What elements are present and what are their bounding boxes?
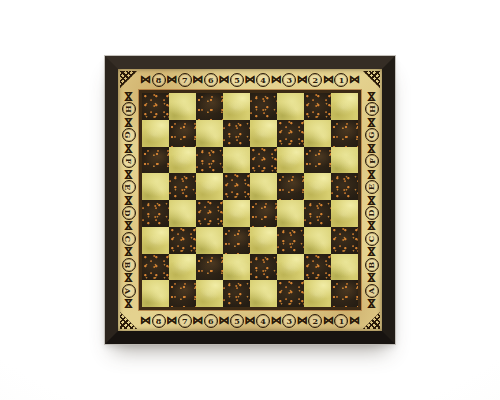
bowtie-knot-icon: ⋈	[123, 117, 134, 128]
square-e4	[250, 173, 277, 200]
bowtie-knot-icon: ⋈	[123, 169, 134, 180]
corner-knot-icon	[118, 69, 139, 90]
coordinate-medallion-2: 2	[308, 73, 322, 87]
square-c1	[331, 227, 358, 254]
left-coordinates: ⋈H⋈G⋈F⋈E⋈D⋈C⋈B⋈A⋈	[118, 90, 139, 310]
square-c3	[277, 227, 304, 254]
square-e3	[277, 173, 304, 200]
square-f7	[169, 147, 196, 174]
coordinate-medallion-f: F	[365, 154, 379, 168]
square-b4	[250, 254, 277, 281]
bowtie-knot-icon: ⋈	[218, 315, 229, 326]
coordinate-medallion-7: 7	[178, 314, 192, 328]
bowtie-knot-icon: ⋈	[366, 91, 377, 102]
square-g8	[142, 120, 169, 147]
bowtie-knot-icon: ⋈	[123, 298, 134, 309]
square-b3	[277, 254, 304, 281]
square-c7	[169, 227, 196, 254]
bowtie-knot-icon: ⋈	[366, 298, 377, 309]
square-g7	[169, 120, 196, 147]
square-h1	[331, 93, 358, 120]
coordinate-medallion-f: F	[122, 154, 136, 168]
coordinate-medallion-2: 2	[308, 314, 322, 328]
square-g6	[196, 120, 223, 147]
bowtie-knot-icon: ⋈	[366, 272, 377, 283]
coordinate-medallion-4: 4	[256, 73, 270, 87]
bowtie-knot-icon: ⋈	[218, 74, 229, 85]
coordinate-medallion-g: G	[122, 128, 136, 142]
bowtie-knot-icon: ⋈	[297, 74, 308, 85]
bowtie-knot-icon: ⋈	[245, 315, 256, 326]
square-b5	[223, 254, 250, 281]
bowtie-knot-icon: ⋈	[192, 74, 203, 85]
square-d2	[304, 200, 331, 227]
square-h4	[250, 93, 277, 120]
bowtie-knot-icon: ⋈	[323, 315, 334, 326]
coordinate-medallion-4: 4	[256, 314, 270, 328]
square-b1	[331, 254, 358, 281]
square-c5	[223, 227, 250, 254]
square-f4	[250, 147, 277, 174]
square-f5	[223, 147, 250, 174]
bottom-coordinates: ⋈8⋈7⋈6⋈5⋈4⋈3⋈2⋈1⋈	[139, 310, 361, 331]
bowtie-knot-icon: ⋈	[271, 74, 282, 85]
coordinate-medallion-e: E	[122, 180, 136, 194]
bowtie-knot-icon: ⋈	[123, 195, 134, 206]
square-e1	[331, 173, 358, 200]
corner-knot-icon	[361, 69, 382, 90]
bowtie-knot-icon: ⋈	[123, 272, 134, 283]
square-d3	[277, 200, 304, 227]
bowtie-knot-icon: ⋈	[271, 315, 282, 326]
square-h3	[277, 93, 304, 120]
square-e7	[169, 173, 196, 200]
square-c4	[250, 227, 277, 254]
square-b8	[142, 254, 169, 281]
bowtie-knot-icon: ⋈	[245, 74, 256, 85]
coordinate-medallion-d: D	[365, 206, 379, 220]
bowtie-knot-icon: ⋈	[123, 220, 134, 231]
bowtie-knot-icon: ⋈	[166, 74, 177, 85]
square-d8	[142, 200, 169, 227]
coordinate-medallion-5: 5	[230, 314, 244, 328]
bowtie-knot-icon: ⋈	[366, 143, 377, 154]
coordinate-medallion-7: 7	[178, 73, 192, 87]
playing-field-border	[139, 90, 361, 310]
square-g2	[304, 120, 331, 147]
bowtie-knot-icon: ⋈	[123, 91, 134, 102]
decorative-border-band: ⋈8⋈7⋈6⋈5⋈4⋈3⋈2⋈1⋈ ⋈8⋈7⋈6⋈5⋈4⋈3⋈2⋈1⋈ ⋈H⋈G…	[118, 69, 382, 331]
square-e8	[142, 173, 169, 200]
square-c8	[142, 227, 169, 254]
coordinate-medallion-b: B	[122, 258, 136, 272]
bowtie-knot-icon: ⋈	[140, 315, 151, 326]
top-coordinates: ⋈8⋈7⋈6⋈5⋈4⋈3⋈2⋈1⋈	[139, 69, 361, 90]
square-h7	[169, 93, 196, 120]
coordinate-medallion-1: 1	[334, 73, 348, 87]
coordinate-medallion-8: 8	[152, 73, 166, 87]
bowtie-knot-icon: ⋈	[123, 246, 134, 257]
bowtie-knot-icon: ⋈	[366, 195, 377, 206]
coordinate-medallion-6: 6	[204, 314, 218, 328]
square-b2	[304, 254, 331, 281]
coordinate-medallion-h: H	[122, 102, 136, 116]
square-e6	[196, 173, 223, 200]
coordinate-medallion-a: A	[122, 284, 136, 298]
right-coordinates: ⋈H⋈G⋈F⋈E⋈D⋈C⋈B⋈A⋈	[361, 90, 382, 310]
bowtie-knot-icon: ⋈	[140, 74, 151, 85]
square-g1	[331, 120, 358, 147]
square-a8	[142, 280, 169, 307]
square-h6	[196, 93, 223, 120]
bowtie-knot-icon: ⋈	[297, 315, 308, 326]
square-e5	[223, 173, 250, 200]
chess-board-frame: ⋈8⋈7⋈6⋈5⋈4⋈3⋈2⋈1⋈ ⋈8⋈7⋈6⋈5⋈4⋈3⋈2⋈1⋈ ⋈H⋈G…	[105, 56, 395, 344]
square-h5	[223, 93, 250, 120]
square-a7	[169, 280, 196, 307]
coordinate-medallion-h: H	[365, 102, 379, 116]
bowtie-knot-icon: ⋈	[366, 246, 377, 257]
square-h2	[304, 93, 331, 120]
coordinate-medallion-5: 5	[230, 73, 244, 87]
coordinate-medallion-g: G	[365, 128, 379, 142]
coordinate-medallion-a: A	[365, 284, 379, 298]
square-c6	[196, 227, 223, 254]
coordinate-medallion-1: 1	[334, 314, 348, 328]
square-e2	[304, 173, 331, 200]
square-f2	[304, 147, 331, 174]
square-a1	[331, 280, 358, 307]
square-a5	[223, 280, 250, 307]
bowtie-knot-icon: ⋈	[349, 74, 360, 85]
bowtie-knot-icon: ⋈	[349, 315, 360, 326]
coordinate-medallion-3: 3	[282, 73, 296, 87]
square-c2	[304, 227, 331, 254]
square-a4	[250, 280, 277, 307]
coordinate-medallion-c: C	[122, 232, 136, 246]
bowtie-knot-icon: ⋈	[366, 117, 377, 128]
square-g5	[223, 120, 250, 147]
square-g4	[250, 120, 277, 147]
square-d5	[223, 200, 250, 227]
bowtie-knot-icon: ⋈	[366, 169, 377, 180]
square-d6	[196, 200, 223, 227]
square-f3	[277, 147, 304, 174]
square-d4	[250, 200, 277, 227]
square-g3	[277, 120, 304, 147]
bowtie-knot-icon: ⋈	[366, 220, 377, 231]
coordinate-medallion-e: E	[365, 180, 379, 194]
coordinate-medallion-b: B	[365, 258, 379, 272]
bowtie-knot-icon: ⋈	[123, 143, 134, 154]
square-f1	[331, 147, 358, 174]
coordinate-medallion-6: 6	[204, 73, 218, 87]
product-photo-background: ⋈8⋈7⋈6⋈5⋈4⋈3⋈2⋈1⋈ ⋈8⋈7⋈6⋈5⋈4⋈3⋈2⋈1⋈ ⋈H⋈G…	[0, 0, 500, 400]
coordinate-medallion-3: 3	[282, 314, 296, 328]
square-d1	[331, 200, 358, 227]
coordinate-medallion-c: C	[365, 232, 379, 246]
square-a2	[304, 280, 331, 307]
bowtie-knot-icon: ⋈	[323, 74, 334, 85]
square-f6	[196, 147, 223, 174]
square-b6	[196, 254, 223, 281]
square-a6	[196, 280, 223, 307]
corner-knot-icon	[361, 310, 382, 331]
coordinate-medallion-8: 8	[152, 314, 166, 328]
coordinate-medallion-d: D	[122, 206, 136, 220]
corner-knot-icon	[118, 310, 139, 331]
bowtie-knot-icon: ⋈	[192, 315, 203, 326]
bowtie-knot-icon: ⋈	[166, 315, 177, 326]
square-h8	[142, 93, 169, 120]
square-a3	[277, 280, 304, 307]
board-grid	[142, 93, 358, 307]
square-b7	[169, 254, 196, 281]
square-f8	[142, 147, 169, 174]
square-d7	[169, 200, 196, 227]
